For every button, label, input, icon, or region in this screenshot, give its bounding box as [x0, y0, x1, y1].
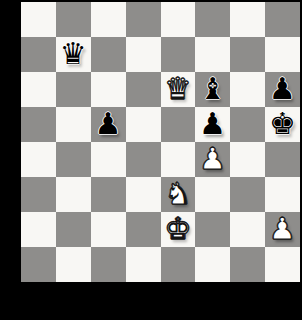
white-pawn-piece[interactable]: ♟	[199, 144, 226, 174]
square-c5[interactable]: ♟	[91, 107, 126, 142]
white-knight-piece[interactable]: ♞	[164, 179, 191, 209]
square-a1[interactable]	[21, 247, 56, 282]
square-a5[interactable]	[21, 107, 56, 142]
black-king-piece[interactable]: ♚	[269, 109, 296, 139]
square-d7[interactable]	[126, 37, 161, 72]
square-c1[interactable]	[91, 247, 126, 282]
white-queen-piece[interactable]: ♛	[164, 74, 191, 104]
square-e4[interactable]	[161, 142, 196, 177]
square-e3[interactable]: ♞	[161, 177, 196, 212]
black-pawn-piece[interactable]: ♟	[95, 109, 122, 139]
square-a6[interactable]	[21, 72, 56, 107]
square-b5[interactable]	[56, 107, 91, 142]
square-g2[interactable]	[230, 212, 265, 247]
square-e1[interactable]	[161, 247, 196, 282]
square-a4[interactable]	[21, 142, 56, 177]
square-e2[interactable]: ♚	[161, 212, 196, 247]
square-c3[interactable]	[91, 177, 126, 212]
square-c2[interactable]	[91, 212, 126, 247]
square-h8[interactable]	[265, 2, 300, 37]
square-f2[interactable]	[195, 212, 230, 247]
square-f3[interactable]	[195, 177, 230, 212]
square-b3[interactable]	[56, 177, 91, 212]
square-f8[interactable]	[195, 2, 230, 37]
square-f5[interactable]: ♟	[195, 107, 230, 142]
square-h7[interactable]	[265, 37, 300, 72]
square-a3[interactable]	[21, 177, 56, 212]
black-pawn-piece[interactable]: ♟	[269, 74, 296, 104]
square-a8[interactable]	[21, 2, 56, 37]
square-b2[interactable]	[56, 212, 91, 247]
square-e8[interactable]	[161, 2, 196, 37]
square-b8[interactable]	[56, 2, 91, 37]
square-e7[interactable]	[161, 37, 196, 72]
square-g5[interactable]	[230, 107, 265, 142]
square-a2[interactable]	[21, 212, 56, 247]
square-d5[interactable]	[126, 107, 161, 142]
square-b1[interactable]	[56, 247, 91, 282]
black-queen-piece[interactable]: ♛	[60, 39, 87, 69]
square-g1[interactable]	[230, 247, 265, 282]
white-pawn-piece[interactable]: ♟	[269, 214, 296, 244]
square-d3[interactable]	[126, 177, 161, 212]
square-f7[interactable]	[195, 37, 230, 72]
square-h6[interactable]: ♟	[265, 72, 300, 107]
square-g8[interactable]	[230, 2, 265, 37]
square-e6[interactable]: ♛	[161, 72, 196, 107]
square-g6[interactable]	[230, 72, 265, 107]
square-h5[interactable]: ♚	[265, 107, 300, 142]
square-h1[interactable]	[265, 247, 300, 282]
square-g3[interactable]	[230, 177, 265, 212]
square-b7[interactable]: ♛	[56, 37, 91, 72]
square-e5[interactable]	[161, 107, 196, 142]
square-d8[interactable]	[126, 2, 161, 37]
square-h2[interactable]: ♟	[265, 212, 300, 247]
white-king-piece[interactable]: ♚	[164, 214, 191, 244]
black-pawn-piece[interactable]: ♟	[199, 109, 226, 139]
square-c7[interactable]	[91, 37, 126, 72]
square-f4[interactable]: ♟	[195, 142, 230, 177]
square-d2[interactable]	[126, 212, 161, 247]
square-b6[interactable]	[56, 72, 91, 107]
square-d6[interactable]	[126, 72, 161, 107]
board-frame: ♛♛♝♟♟♟♚♟♞♚♟	[0, 0, 302, 320]
square-c8[interactable]	[91, 2, 126, 37]
black-bishop-piece[interactable]: ♝	[199, 74, 226, 104]
square-h3[interactable]	[265, 177, 300, 212]
square-f1[interactable]	[195, 247, 230, 282]
square-c4[interactable]	[91, 142, 126, 177]
chess-board: ♛♛♝♟♟♟♚♟♞♚♟	[21, 2, 300, 282]
square-g4[interactable]	[230, 142, 265, 177]
square-d4[interactable]	[126, 142, 161, 177]
square-a7[interactable]	[21, 37, 56, 72]
square-c6[interactable]	[91, 72, 126, 107]
square-g7[interactable]	[230, 37, 265, 72]
square-h4[interactable]	[265, 142, 300, 177]
square-b4[interactable]	[56, 142, 91, 177]
square-f6[interactable]: ♝	[195, 72, 230, 107]
square-d1[interactable]	[126, 247, 161, 282]
